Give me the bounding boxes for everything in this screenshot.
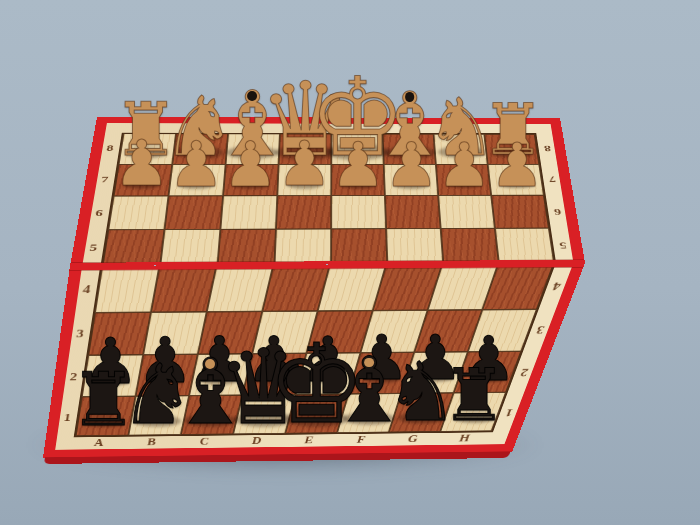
square-a1 xyxy=(76,396,136,436)
square-c8 xyxy=(226,134,280,164)
rank-label-8-right: 8 xyxy=(543,144,551,153)
file-label-h-far: H xyxy=(504,124,516,132)
rank-label-4-left: 4 xyxy=(82,282,92,296)
square-c5 xyxy=(218,229,276,264)
square-b8 xyxy=(172,134,228,164)
square-e8 xyxy=(331,134,383,164)
file-label-d-far: D xyxy=(300,124,310,132)
rank-label-7-right: 7 xyxy=(548,174,556,183)
square-a6 xyxy=(108,196,168,230)
square-b1 xyxy=(128,395,189,435)
square-a4 xyxy=(95,267,159,312)
square-b6 xyxy=(165,196,224,229)
file-label-g-far: G xyxy=(454,124,465,132)
square-a3 xyxy=(88,312,151,355)
square-e6 xyxy=(331,195,386,228)
file-label-c-far: C xyxy=(248,123,259,131)
file-label-b-far: B xyxy=(196,123,206,131)
square-a5 xyxy=(103,229,165,264)
square-g7 xyxy=(436,164,491,195)
square-d5 xyxy=(275,229,332,264)
square-a7 xyxy=(114,164,173,196)
rank-label-7-left: 7 xyxy=(100,175,109,185)
square-a8 xyxy=(119,134,176,164)
rank-label-6-left: 6 xyxy=(95,208,104,218)
file-label-a-near: A xyxy=(93,438,105,449)
square-f7 xyxy=(384,164,438,195)
file-label-f-far: F xyxy=(404,124,413,132)
square-f5 xyxy=(386,228,443,263)
board-half-far: 88776655ABCDEFGH xyxy=(70,117,585,266)
square-f8 xyxy=(383,134,436,164)
square-g8 xyxy=(434,134,488,164)
file-label-e-far: E xyxy=(352,124,361,132)
chess-board-photo: 88776655ABCDEFGH 44332211ABCDEFGH ♜♞♝♛♚♝… xyxy=(0,0,700,525)
square-e7 xyxy=(331,164,385,196)
square-h7 xyxy=(488,164,544,195)
square-d7 xyxy=(277,164,331,196)
square-d8 xyxy=(279,134,332,164)
square-a2 xyxy=(82,355,143,397)
chess-board: 88776655ABCDEFGH 44332211ABCDEFGH xyxy=(0,0,700,525)
square-b3 xyxy=(143,311,207,354)
square-b2 xyxy=(136,354,198,396)
board-half-near: 44332211ABCDEFGH xyxy=(43,263,585,458)
board-grid-far xyxy=(101,133,557,266)
square-h5 xyxy=(495,228,554,262)
square-h8 xyxy=(484,134,539,164)
square-g5 xyxy=(441,228,499,263)
file-label-a-far: A xyxy=(143,123,154,131)
rank-label-5-right: 5 xyxy=(559,240,568,250)
square-h6 xyxy=(491,195,549,228)
square-c6 xyxy=(220,196,277,229)
square-g6 xyxy=(438,195,495,228)
square-c7 xyxy=(223,164,279,196)
board-grid-near xyxy=(74,263,556,437)
rank-label-6-right: 6 xyxy=(553,207,562,217)
square-e5 xyxy=(331,228,387,263)
rank-label-8-left: 8 xyxy=(106,143,115,152)
square-f6 xyxy=(385,195,441,228)
square-d6 xyxy=(276,196,331,229)
square-b4 xyxy=(151,267,216,312)
square-b7 xyxy=(169,164,226,196)
square-b5 xyxy=(160,229,220,264)
